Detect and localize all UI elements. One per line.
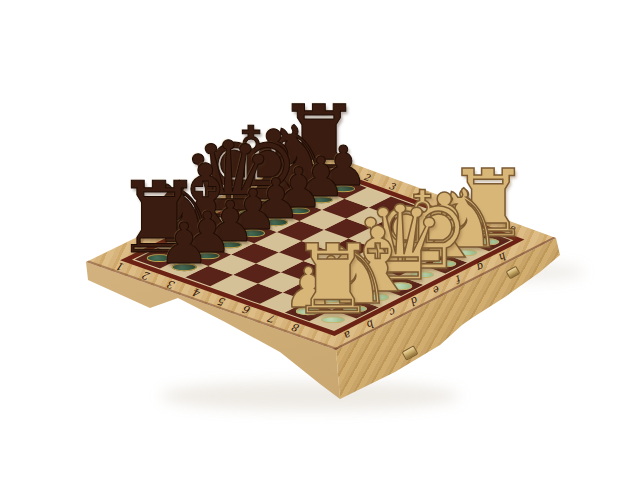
scene: 87654321abcdefgh87654321♜♞♝♛♚♝♞♜♟♟♟♟♟♟♟♟… <box>0 0 640 480</box>
board-shadow <box>160 382 460 410</box>
dark-pawn-glyph: ♟ <box>159 216 210 273</box>
chess-set-photo: 87654321abcdefgh87654321♜♞♝♛♚♝♞♜♟♟♟♟♟♟♟♟… <box>0 0 640 480</box>
light-rook-glyph: ♜ <box>290 233 376 329</box>
